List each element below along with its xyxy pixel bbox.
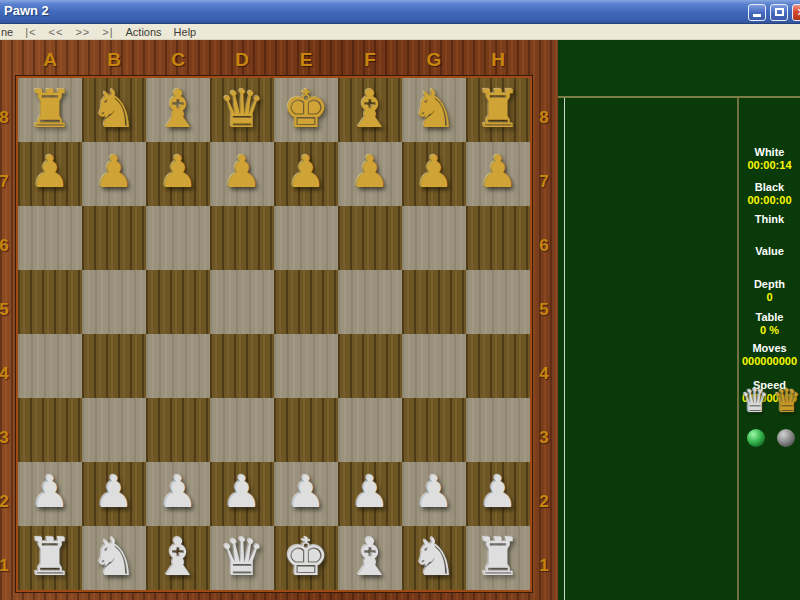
file-label-d: D (210, 44, 274, 76)
stat-value-depth: 0 (739, 291, 800, 304)
maximize-button[interactable] (770, 4, 788, 21)
gold-pawn[interactable]: ♟ (82, 142, 146, 206)
black-turn-light (777, 429, 795, 447)
square-a4[interactable] (18, 334, 82, 398)
window-title: Pawn 2 (4, 3, 49, 18)
square-a1[interactable]: ♜ (18, 526, 82, 590)
square-g7[interactable]: ♟ (402, 142, 466, 206)
square-h4[interactable] (466, 334, 530, 398)
square-e4[interactable] (274, 334, 338, 398)
close-button[interactable]: ✕ (792, 4, 800, 21)
square-h8[interactable]: ♜ (466, 78, 530, 142)
rank-label-5: 5 (530, 270, 558, 334)
square-b7[interactable]: ♟ (82, 142, 146, 206)
stat-value-white: 00:00:14 (739, 159, 800, 172)
rank-label-2: 2 (530, 462, 558, 526)
stat-moves: Moves000000000 (739, 342, 800, 368)
file-labels: ABCDEFGH (18, 44, 530, 76)
stat-label-depth: Depth (739, 278, 800, 291)
gold-pawn[interactable]: ♟ (338, 142, 402, 206)
rank-label-8: 8 (530, 78, 558, 142)
rank-labels-left: 87654321 (0, 78, 18, 590)
square-e7[interactable]: ♟ (274, 142, 338, 206)
file-label-e: E (274, 44, 338, 76)
stat-table: Table0 % (739, 311, 800, 337)
gold-queen[interactable]: ♛ (210, 78, 274, 142)
menu-item-[interactable]: |< (25, 24, 36, 40)
stats-column: White00:00:14Black00:00:00ThinkValueDept… (739, 98, 800, 600)
minimize-button[interactable] (748, 4, 766, 21)
square-b4[interactable] (82, 334, 146, 398)
silver-knight[interactable]: ♞ (402, 526, 466, 590)
square-b5[interactable] (82, 270, 146, 334)
square-a8[interactable]: ♜ (18, 78, 82, 142)
square-f2[interactable]: ♟ (338, 462, 402, 526)
gold-rook[interactable]: ♜ (466, 78, 530, 142)
square-c4[interactable] (146, 334, 210, 398)
square-e2[interactable]: ♟ (274, 462, 338, 526)
square-h1[interactable]: ♜ (466, 526, 530, 590)
menu-bar: ne|<<<>>>|ActionsHelp (0, 24, 800, 40)
square-d8[interactable]: ♛ (210, 78, 274, 142)
title-bar: Pawn 2 ✕ (0, 0, 800, 24)
stat-think: Think (739, 213, 800, 226)
move-list (564, 98, 737, 600)
stat-label-black: Black (739, 181, 800, 194)
rank-label-4: 4 (0, 334, 18, 398)
square-e5[interactable] (274, 270, 338, 334)
square-c2[interactable]: ♟ (146, 462, 210, 526)
silver-pawn[interactable]: ♟ (466, 462, 530, 526)
square-h5[interactable] (466, 270, 530, 334)
rank-label-7: 7 (530, 142, 558, 206)
rank-label-8: 8 (0, 78, 18, 142)
menu-item-[interactable]: >| (102, 24, 113, 40)
square-a5[interactable] (18, 270, 82, 334)
rank-label-1: 1 (0, 526, 18, 590)
square-h3[interactable] (466, 398, 530, 462)
gold-pawn[interactable]: ♟ (18, 142, 82, 206)
black-queen-icon: ♛ (772, 380, 800, 422)
gold-king[interactable]: ♚ (274, 78, 338, 142)
stat-value-black: 00:00:00 (739, 194, 800, 207)
square-d4[interactable] (210, 334, 274, 398)
square-g4[interactable] (402, 334, 466, 398)
silver-rook[interactable]: ♜ (18, 526, 82, 590)
square-b3[interactable] (82, 398, 146, 462)
square-d1[interactable]: ♛ (210, 526, 274, 590)
gold-pawn[interactable]: ♟ (466, 142, 530, 206)
square-a7[interactable]: ♟ (18, 142, 82, 206)
file-label-g: G (402, 44, 466, 76)
silver-pawn[interactable]: ♟ (18, 462, 82, 526)
gold-pawn[interactable]: ♟ (146, 142, 210, 206)
gold-pawn[interactable]: ♟ (210, 142, 274, 206)
square-d3[interactable] (210, 398, 274, 462)
square-d7[interactable]: ♟ (210, 142, 274, 206)
panel-header-box (558, 40, 800, 96)
square-c1[interactable]: ♝ (146, 526, 210, 590)
square-a3[interactable] (18, 398, 82, 462)
square-g3[interactable] (402, 398, 466, 462)
square-b2[interactable]: ♟ (82, 462, 146, 526)
file-label-c: C (146, 44, 210, 76)
square-f8[interactable]: ♝ (338, 78, 402, 142)
rank-label-7: 7 (0, 142, 18, 206)
file-label-a: A (18, 44, 82, 76)
square-f6[interactable] (338, 206, 402, 270)
square-f7[interactable]: ♟ (338, 142, 402, 206)
silver-bishop[interactable]: ♝ (146, 526, 210, 590)
maximize-icon (775, 8, 784, 16)
square-g2[interactable]: ♟ (402, 462, 466, 526)
rank-label-2: 2 (0, 462, 18, 526)
square-a2[interactable]: ♟ (18, 462, 82, 526)
square-h7[interactable]: ♟ (466, 142, 530, 206)
menu-item-ne[interactable]: ne (1, 24, 13, 40)
square-e3[interactable] (274, 398, 338, 462)
menu-item-actions[interactable]: Actions (126, 24, 162, 40)
gold-pawn[interactable]: ♟ (402, 142, 466, 206)
stat-white: White00:00:14 (739, 146, 800, 172)
stat-label-think: Think (739, 213, 800, 226)
square-d6[interactable] (210, 206, 274, 270)
stat-label-value: Value (739, 245, 800, 258)
stat-label-white: White (739, 146, 800, 159)
silver-bishop[interactable]: ♝ (338, 526, 402, 590)
silver-pawn[interactable]: ♟ (402, 462, 466, 526)
square-c6[interactable] (146, 206, 210, 270)
side-panel: White00:00:14Black00:00:00ThinkValueDept… (558, 40, 800, 600)
rank-label-3: 3 (530, 398, 558, 462)
square-h6[interactable] (466, 206, 530, 270)
gold-rook[interactable]: ♜ (18, 78, 82, 142)
rank-label-3: 3 (0, 398, 18, 462)
square-c7[interactable]: ♟ (146, 142, 210, 206)
square-g5[interactable] (402, 270, 466, 334)
rank-label-5: 5 (0, 270, 18, 334)
square-f1[interactable]: ♝ (338, 526, 402, 590)
stat-label-table: Table (739, 311, 800, 324)
white-turn-light (747, 429, 765, 447)
rank-label-6: 6 (530, 206, 558, 270)
stat-value-table: 0 % (739, 324, 800, 337)
silver-pawn[interactable]: ♟ (338, 462, 402, 526)
square-d2[interactable]: ♟ (210, 462, 274, 526)
square-g1[interactable]: ♞ (402, 526, 466, 590)
square-b6[interactable] (82, 206, 146, 270)
silver-pawn[interactable]: ♟ (82, 462, 146, 526)
silver-pawn[interactable]: ♟ (210, 462, 274, 526)
rank-label-1: 1 (530, 526, 558, 590)
square-c8[interactable]: ♝ (146, 78, 210, 142)
minimize-icon (753, 14, 761, 17)
stat-label-moves: Moves (739, 342, 800, 355)
stat-value-moves: 000000000 (739, 355, 800, 368)
square-d5[interactable] (210, 270, 274, 334)
rank-label-6: 6 (0, 206, 18, 270)
square-e8[interactable]: ♚ (274, 78, 338, 142)
silver-pawn[interactable]: ♟ (274, 462, 338, 526)
file-label-h: H (466, 44, 530, 76)
square-e6[interactable] (274, 206, 338, 270)
gold-bishop[interactable]: ♝ (338, 78, 402, 142)
square-f5[interactable] (338, 270, 402, 334)
square-a6[interactable] (18, 206, 82, 270)
silver-rook[interactable]: ♜ (466, 526, 530, 590)
square-c5[interactable] (146, 270, 210, 334)
square-g8[interactable]: ♞ (402, 78, 466, 142)
square-b8[interactable]: ♞ (82, 78, 146, 142)
stat-black: Black00:00:00 (739, 181, 800, 207)
rank-label-4: 4 (530, 334, 558, 398)
silver-queen[interactable]: ♛ (210, 526, 274, 590)
stat-depth: Depth0 (739, 278, 800, 304)
file-label-f: F (338, 44, 402, 76)
square-h2[interactable]: ♟ (466, 462, 530, 526)
square-c3[interactable] (146, 398, 210, 462)
menu-item-[interactable]: >> (75, 24, 90, 40)
white-queen-icon: ♛ (740, 380, 770, 422)
gold-bishop[interactable]: ♝ (146, 78, 210, 142)
square-b1[interactable]: ♞ (82, 526, 146, 590)
square-f4[interactable] (338, 334, 402, 398)
menu-item-help[interactable]: Help (174, 24, 197, 40)
square-e1[interactable]: ♚ (274, 526, 338, 590)
rank-labels-right: 87654321 (530, 78, 558, 590)
file-label-b: B (82, 44, 146, 76)
square-g6[interactable] (402, 206, 466, 270)
gold-knight[interactable]: ♞ (402, 78, 466, 142)
gold-knight[interactable]: ♞ (82, 78, 146, 142)
silver-pawn[interactable]: ♟ (146, 462, 210, 526)
silver-king[interactable]: ♚ (274, 526, 338, 590)
square-f3[interactable] (338, 398, 402, 462)
menu-item-[interactable]: << (49, 24, 64, 40)
silver-knight[interactable]: ♞ (82, 526, 146, 590)
chess-board: ♜♞♝♛♚♝♞♜♟♟♟♟♟♟♟♟♟♟♟♟♟♟♟♟♜♞♝♛♚♝♞♜ (18, 78, 530, 590)
stat-value: Value (739, 245, 800, 258)
gold-pawn[interactable]: ♟ (274, 142, 338, 206)
